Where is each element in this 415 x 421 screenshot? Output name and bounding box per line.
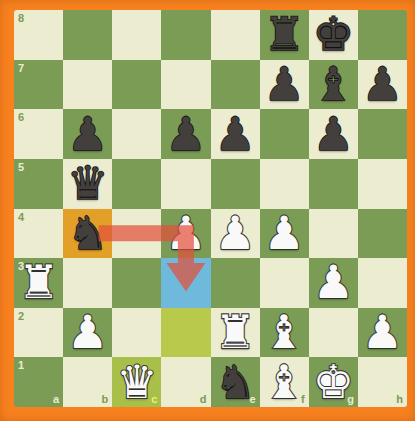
square-a3[interactable]: 3♜	[14, 258, 63, 308]
square-d6[interactable]: ♟	[161, 109, 210, 159]
square-b5[interactable]: ♛	[63, 159, 112, 209]
rank-label-8: 8	[18, 13, 24, 24]
square-d2[interactable]	[161, 308, 210, 358]
square-a6[interactable]: 6	[14, 109, 63, 159]
square-b7[interactable]	[63, 60, 112, 110]
square-b1[interactable]: b	[63, 357, 112, 407]
square-c2[interactable]	[112, 308, 161, 358]
square-b3[interactable]	[63, 258, 112, 308]
square-g5[interactable]	[309, 159, 358, 209]
square-e5[interactable]	[211, 159, 260, 209]
square-h1[interactable]: h	[358, 357, 407, 407]
file-label-h: h	[396, 394, 403, 405]
file-label-a: a	[53, 394, 59, 405]
piece-black-rook[interactable]: ♜	[260, 10, 309, 60]
square-f6[interactable]	[260, 109, 309, 159]
piece-black-pawn[interactable]: ♟	[260, 60, 309, 110]
piece-black-pawn[interactable]: ♟	[161, 109, 210, 159]
piece-black-pawn[interactable]: ♟	[63, 109, 112, 159]
square-d1[interactable]: d	[161, 357, 210, 407]
square-g4[interactable]	[309, 209, 358, 259]
square-g1[interactable]: g♚	[309, 357, 358, 407]
rank-label-4: 4	[18, 212, 24, 223]
piece-white-pawn[interactable]: ♟	[358, 308, 407, 358]
piece-white-rook[interactable]: ♜	[14, 258, 63, 308]
piece-white-pawn[interactable]: ♟	[309, 258, 358, 308]
square-e8[interactable]	[211, 10, 260, 60]
square-f1[interactable]: f♝	[260, 357, 309, 407]
rank-label-7: 7	[18, 63, 24, 74]
square-g7[interactable]: ♝	[309, 60, 358, 110]
piece-white-king[interactable]: ♚	[309, 357, 358, 407]
square-a8[interactable]: 8	[14, 10, 63, 60]
file-label-d: d	[200, 394, 207, 405]
square-d7[interactable]	[161, 60, 210, 110]
square-g3[interactable]: ♟	[309, 258, 358, 308]
square-e7[interactable]	[211, 60, 260, 110]
piece-white-rook[interactable]: ♜	[211, 308, 260, 358]
piece-black-queen[interactable]: ♛	[63, 159, 112, 209]
piece-white-bishop[interactable]: ♝	[260, 357, 309, 407]
piece-black-pawn[interactable]: ♟	[358, 60, 407, 110]
rank-label-2: 2	[18, 311, 24, 322]
piece-black-bishop[interactable]: ♝	[309, 60, 358, 110]
piece-white-queen[interactable]: ♛	[112, 357, 161, 407]
square-g2[interactable]	[309, 308, 358, 358]
square-h3[interactable]	[358, 258, 407, 308]
square-h2[interactable]: ♟	[358, 308, 407, 358]
square-h8[interactable]	[358, 10, 407, 60]
square-b2[interactable]: ♟	[63, 308, 112, 358]
square-b8[interactable]	[63, 10, 112, 60]
square-g6[interactable]: ♟	[309, 109, 358, 159]
square-e1[interactable]: e♞	[211, 357, 260, 407]
piece-white-pawn[interactable]: ♟	[161, 209, 210, 259]
piece-black-king[interactable]: ♚	[309, 10, 358, 60]
square-c6[interactable]	[112, 109, 161, 159]
square-e4[interactable]: ♟	[211, 209, 260, 259]
piece-white-bishop[interactable]: ♝	[260, 308, 309, 358]
square-a1[interactable]: 1a	[14, 357, 63, 407]
piece-black-pawn[interactable]: ♟	[309, 109, 358, 159]
square-a7[interactable]: 7	[14, 60, 63, 110]
square-b4[interactable]: ♞	[63, 209, 112, 259]
square-f8[interactable]: ♜	[260, 10, 309, 60]
square-f3[interactable]	[260, 258, 309, 308]
rank-label-1: 1	[18, 360, 24, 371]
square-a5[interactable]: 5	[14, 159, 63, 209]
square-f7[interactable]: ♟	[260, 60, 309, 110]
square-h4[interactable]	[358, 209, 407, 259]
square-h6[interactable]	[358, 109, 407, 159]
square-d5[interactable]	[161, 159, 210, 209]
square-a4[interactable]: 4	[14, 209, 63, 259]
square-c1[interactable]: c♛	[112, 357, 161, 407]
square-d3[interactable]	[161, 258, 210, 308]
piece-black-knight[interactable]: ♞	[63, 209, 112, 259]
piece-black-pawn[interactable]: ♟	[211, 109, 260, 159]
piece-black-knight[interactable]: ♞	[211, 357, 260, 407]
square-c8[interactable]	[112, 10, 161, 60]
square-f2[interactable]: ♝	[260, 308, 309, 358]
square-c4[interactable]	[112, 209, 161, 259]
square-g8[interactable]: ♚	[309, 10, 358, 60]
piece-white-pawn[interactable]: ♟	[260, 209, 309, 259]
piece-white-pawn[interactable]: ♟	[211, 209, 260, 259]
square-e2[interactable]: ♜	[211, 308, 260, 358]
square-e3[interactable]	[211, 258, 260, 308]
rank-label-6: 6	[18, 112, 24, 123]
rank-label-5: 5	[18, 162, 24, 173]
square-c5[interactable]	[112, 159, 161, 209]
square-c7[interactable]	[112, 60, 161, 110]
square-d8[interactable]	[161, 10, 210, 60]
file-label-b: b	[102, 394, 109, 405]
square-h5[interactable]	[358, 159, 407, 209]
square-d4[interactable]: ♟	[161, 209, 210, 259]
piece-white-pawn[interactable]: ♟	[63, 308, 112, 358]
square-a2[interactable]: 2	[14, 308, 63, 358]
square-f4[interactable]: ♟	[260, 209, 309, 259]
square-b6[interactable]: ♟	[63, 109, 112, 159]
square-f5[interactable]	[260, 159, 309, 209]
square-h7[interactable]: ♟	[358, 60, 407, 110]
square-c3[interactable]	[112, 258, 161, 308]
chess-board: 8♜♚7♟♝♟6♟♟♟♟5♛4♞♟♟♟3♜♟2♟♜♝♟1abc♛de♞f♝g♚h	[14, 10, 407, 407]
square-e6[interactable]: ♟	[211, 109, 260, 159]
